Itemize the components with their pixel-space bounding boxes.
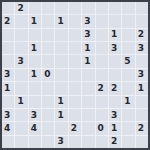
- clue-digit: 4: [31, 124, 37, 133]
- board-cell-r3c2[interactable]: [15, 29, 27, 41]
- board-cell-r4c8[interactable]: [96, 42, 108, 54]
- board-cell-r11c8[interactable]: [96, 136, 108, 148]
- board-cell-r4c10[interactable]: [122, 42, 134, 54]
- clue-digit: 1: [84, 44, 90, 53]
- puzzle-board: 22113312113331531031221111331344201232: [2, 2, 148, 148]
- board-cell-r6c1[interactable]: 3: [2, 69, 14, 81]
- clue-digit: 1: [58, 17, 64, 26]
- clue-digit: 3: [31, 111, 37, 120]
- board-cell-r2c9[interactable]: [109, 15, 121, 27]
- board-cell-r3c6[interactable]: [69, 29, 81, 41]
- board-cell-r5c1[interactable]: [2, 55, 14, 67]
- board-cell-r2c5[interactable]: 1: [55, 15, 67, 27]
- board-cell-r6c2[interactable]: [15, 69, 27, 81]
- board-cell-r1c8[interactable]: [96, 2, 108, 14]
- board-cell-r7c4[interactable]: [42, 82, 54, 94]
- board-cell-r3c5[interactable]: [55, 29, 67, 41]
- clue-digit: 2: [17, 4, 23, 13]
- clue-digit: 2: [138, 30, 144, 39]
- board-cell-r9c9[interactable]: 3: [109, 109, 121, 121]
- clue-digit: 1: [31, 17, 37, 26]
- board-cell-r1c7[interactable]: [82, 2, 94, 14]
- clue-digit: 2: [71, 124, 77, 133]
- board-cell-r10c3[interactable]: 4: [29, 122, 41, 134]
- board-cell-r4c3[interactable]: 1: [29, 42, 41, 54]
- board-cell-r8c3[interactable]: [29, 96, 41, 108]
- puzzle-frame: 22113312113331531031221111331344201232: [0, 0, 150, 150]
- board-cell-r7c8[interactable]: 2: [96, 82, 108, 94]
- board-cell-r1c6[interactable]: [69, 2, 81, 14]
- board-cell-r1c3[interactable]: [29, 2, 41, 14]
- board-cell-r11c6[interactable]: [69, 136, 81, 148]
- board-cell-r11c4[interactable]: [42, 136, 54, 148]
- board-cell-r4c2[interactable]: [15, 42, 27, 54]
- clue-digit: 1: [111, 124, 117, 133]
- board-cell-r2c3[interactable]: 1: [29, 15, 41, 27]
- board-cell-r8c7[interactable]: [82, 96, 94, 108]
- board-cell-r9c8[interactable]: [96, 109, 108, 121]
- board-cell-r2c10[interactable]: [122, 15, 134, 27]
- board-cell-r6c3[interactable]: 1: [29, 69, 41, 81]
- clue-digit: 2: [4, 17, 10, 26]
- clue-digit: 3: [138, 70, 144, 79]
- board-cell-r3c9[interactable]: 1: [109, 29, 121, 41]
- clue-digit: 3: [4, 111, 10, 120]
- board-cell-r2c1[interactable]: 2: [2, 15, 14, 27]
- clue-digit: 2: [111, 137, 117, 146]
- board-cell-r5c9[interactable]: [109, 55, 121, 67]
- clue-digit: 1: [58, 97, 64, 106]
- board-cell-r5c11[interactable]: [136, 55, 148, 67]
- board-cell-r2c6[interactable]: [69, 15, 81, 27]
- clue-digit: 2: [138, 124, 144, 133]
- board-cell-r7c5[interactable]: [55, 82, 67, 94]
- board-cell-r9c11[interactable]: [136, 109, 148, 121]
- board-cell-r3c10[interactable]: [122, 29, 134, 41]
- board-cell-r6c9[interactable]: [109, 69, 121, 81]
- board-cell-r1c11[interactable]: [136, 2, 148, 14]
- clue-digit: 3: [111, 111, 117, 120]
- board-cell-r9c10[interactable]: [122, 109, 134, 121]
- clue-digit: 3: [84, 30, 90, 39]
- board-cell-r9c5[interactable]: 1: [55, 109, 67, 121]
- board-cell-r4c6[interactable]: [69, 42, 81, 54]
- board-cell-r8c2[interactable]: 1: [15, 96, 27, 108]
- board-cell-r9c7[interactable]: [82, 109, 94, 121]
- clue-digit: 1: [31, 44, 37, 53]
- board-cell-r1c4[interactable]: [42, 2, 54, 14]
- board-cell-r10c11[interactable]: 2: [136, 122, 148, 134]
- board-cell-r3c11[interactable]: 2: [136, 29, 148, 41]
- clue-digit: 3: [58, 137, 64, 146]
- board-cell-r3c3[interactable]: [29, 29, 41, 41]
- board-cell-r5c6[interactable]: [69, 55, 81, 67]
- board-cell-r5c8[interactable]: [96, 55, 108, 67]
- board-cell-r2c4[interactable]: [42, 15, 54, 27]
- clue-digit: 3: [111, 44, 117, 53]
- board-cell-r8c11[interactable]: [136, 96, 148, 108]
- board-cell-r6c8[interactable]: [96, 69, 108, 81]
- clue-digit: 0: [98, 124, 104, 133]
- board-cell-r4c4[interactable]: [42, 42, 54, 54]
- board-cell-r2c7[interactable]: 3: [82, 15, 94, 27]
- board-cell-r7c6[interactable]: [69, 82, 81, 94]
- board-cell-r7c10[interactable]: [122, 82, 134, 94]
- board-cell-r3c7[interactable]: 3: [82, 29, 94, 41]
- board-cell-r8c4[interactable]: [42, 96, 54, 108]
- board-cell-r8c10[interactable]: 1: [122, 96, 134, 108]
- board-cell-r11c11[interactable]: [136, 136, 148, 148]
- board-cell-r5c7[interactable]: 1: [82, 55, 94, 67]
- board-cell-r5c5[interactable]: [55, 55, 67, 67]
- board-cell-r8c8[interactable]: [96, 96, 108, 108]
- board-cell-r1c5[interactable]: [55, 2, 67, 14]
- clue-digit: 2: [98, 84, 104, 93]
- board-cell-r10c6[interactable]: 2: [69, 122, 81, 134]
- clue-digit: 1: [138, 84, 144, 93]
- clue-digit: 1: [58, 111, 64, 120]
- board-cell-r2c11[interactable]: [136, 15, 148, 27]
- board-cell-r7c9[interactable]: 2: [109, 82, 121, 94]
- board-cell-r5c4[interactable]: [42, 55, 54, 67]
- clue-digit: 1: [4, 84, 10, 93]
- board-cell-r6c6[interactable]: [69, 69, 81, 81]
- board-cell-r10c1[interactable]: 4: [2, 122, 14, 134]
- clue-digit: 3: [4, 70, 10, 79]
- board-cell-r5c10[interactable]: 5: [122, 55, 134, 67]
- board-cell-r4c11[interactable]: 3: [136, 42, 148, 54]
- board-cell-r9c4[interactable]: [42, 109, 54, 121]
- board-cell-r8c5[interactable]: 1: [55, 96, 67, 108]
- board-cell-r10c9[interactable]: 1: [109, 122, 121, 134]
- board-cell-r10c7[interactable]: [82, 122, 94, 134]
- clue-digit: 2: [111, 84, 117, 93]
- board-cell-r6c11[interactable]: 3: [136, 69, 148, 81]
- board-cell-r8c9[interactable]: [109, 96, 121, 108]
- clue-digit: 1: [124, 97, 130, 106]
- board-cell-r6c5[interactable]: [55, 69, 67, 81]
- clue-digit: 1: [31, 70, 37, 79]
- board-cell-r11c1[interactable]: [2, 136, 14, 148]
- board-cell-r3c1[interactable]: [2, 29, 14, 41]
- clue-digit: 4: [4, 124, 10, 133]
- board-cell-r5c3[interactable]: [29, 55, 41, 67]
- board-cell-r3c4[interactable]: [42, 29, 54, 41]
- clue-digit: 3: [138, 44, 144, 53]
- board-cell-r2c2[interactable]: [15, 15, 27, 27]
- board-cell-r9c2[interactable]: [15, 109, 27, 121]
- board-cell-r7c1[interactable]: 1: [2, 82, 14, 94]
- board-cell-r10c4[interactable]: [42, 122, 54, 134]
- board-cell-r1c10[interactable]: [122, 2, 134, 14]
- board-cell-r11c7[interactable]: [82, 136, 94, 148]
- board-cell-r1c9[interactable]: [109, 2, 121, 14]
- clue-digit: 1: [84, 57, 90, 66]
- board-cell-r3c8[interactable]: [96, 29, 108, 41]
- board-cell-r5c2[interactable]: 3: [15, 55, 27, 67]
- board-cell-r4c7[interactable]: 1: [82, 42, 94, 54]
- clue-digit: 3: [17, 57, 23, 66]
- board-cell-r7c3[interactable]: [29, 82, 41, 94]
- board-cell-r11c5[interactable]: 3: [55, 136, 67, 148]
- board-cell-r10c5[interactable]: [55, 122, 67, 134]
- board-cell-r9c6[interactable]: [69, 109, 81, 121]
- clue-digit: 5: [124, 57, 130, 66]
- board-cell-r8c6[interactable]: [69, 96, 81, 108]
- board-cell-r1c1[interactable]: [2, 2, 14, 14]
- clue-digit: 1: [111, 30, 117, 39]
- board-cell-r2c8[interactable]: [96, 15, 108, 27]
- board-cell-r11c10[interactable]: [122, 136, 134, 148]
- board-cell-r10c2[interactable]: [15, 122, 27, 134]
- board-cell-r7c11[interactable]: 1: [136, 82, 148, 94]
- clue-digit: 3: [84, 17, 90, 26]
- board-cell-r6c7[interactable]: [82, 69, 94, 81]
- board-cell-r8c1[interactable]: [2, 96, 14, 108]
- board-cell-r7c2[interactable]: [15, 82, 27, 94]
- board-cell-r11c3[interactable]: [29, 136, 41, 148]
- board-cell-r6c10[interactable]: [122, 69, 134, 81]
- board-cell-r7c7[interactable]: [82, 82, 94, 94]
- board-cell-r10c8[interactable]: 0: [96, 122, 108, 134]
- clue-digit: 1: [17, 97, 23, 106]
- clue-digit: 0: [44, 70, 50, 79]
- board-cell-r4c9[interactable]: 3: [109, 42, 121, 54]
- board-cell-r10c10[interactable]: [122, 122, 134, 134]
- board-cell-r4c1[interactable]: [2, 42, 14, 54]
- board-cell-r4c5[interactable]: [55, 42, 67, 54]
- board-cell-r11c9[interactable]: 2: [109, 136, 121, 148]
- board-cell-r9c1[interactable]: 3: [2, 109, 14, 121]
- board-cell-r1c2[interactable]: 2: [15, 2, 27, 14]
- board-cell-r9c3[interactable]: 3: [29, 109, 41, 121]
- board-cell-r11c2[interactable]: [15, 136, 27, 148]
- board-cell-r6c4[interactable]: 0: [42, 69, 54, 81]
